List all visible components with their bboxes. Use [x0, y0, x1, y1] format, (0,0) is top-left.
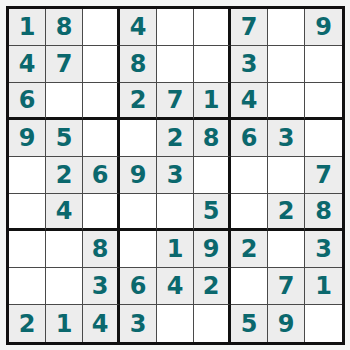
cell-r8c2[interactable] — [46, 268, 83, 305]
cell-r7c5: 1 — [157, 231, 194, 268]
cell-r2c7: 3 — [231, 46, 268, 83]
cell-r1c8[interactable] — [268, 9, 305, 46]
cell-r9c2: 1 — [46, 305, 83, 342]
cell-r5c2: 2 — [46, 157, 83, 194]
cell-r6c8: 2 — [268, 194, 305, 231]
cell-r1c3[interactable] — [83, 9, 120, 46]
cell-r6c6: 5 — [194, 194, 231, 231]
cell-r5c4: 9 — [120, 157, 157, 194]
cell-r3c5: 7 — [157, 83, 194, 120]
cell-r4c6: 8 — [194, 120, 231, 157]
cell-r4c1: 9 — [9, 120, 46, 157]
cell-r3c1: 6 — [9, 83, 46, 120]
cell-r1c6[interactable] — [194, 9, 231, 46]
cell-r5c9: 7 — [305, 157, 342, 194]
cell-r9c4: 3 — [120, 305, 157, 342]
cell-r8c8: 7 — [268, 268, 305, 305]
cell-r4c3[interactable] — [83, 120, 120, 157]
cell-r4c2: 5 — [46, 120, 83, 157]
cell-r6c1[interactable] — [9, 194, 46, 231]
cell-r9c3: 4 — [83, 305, 120, 342]
cell-r7c8[interactable] — [268, 231, 305, 268]
cell-r6c5[interactable] — [157, 194, 194, 231]
cell-r7c7: 2 — [231, 231, 268, 268]
cell-r5c5: 3 — [157, 157, 194, 194]
cell-r9c7: 5 — [231, 305, 268, 342]
cell-r5c7[interactable] — [231, 157, 268, 194]
cell-r1c4: 4 — [120, 9, 157, 46]
cell-r4c4[interactable] — [120, 120, 157, 157]
cell-r7c9: 3 — [305, 231, 342, 268]
cell-r9c1: 2 — [9, 305, 46, 342]
cell-r3c9[interactable] — [305, 83, 342, 120]
cell-r4c9[interactable] — [305, 120, 342, 157]
cell-r9c5[interactable] — [157, 305, 194, 342]
cell-r6c2: 4 — [46, 194, 83, 231]
cell-r9c6[interactable] — [194, 305, 231, 342]
cell-r8c6: 2 — [194, 268, 231, 305]
cell-r2c8[interactable] — [268, 46, 305, 83]
cell-r3c6: 1 — [194, 83, 231, 120]
cell-r5c8[interactable] — [268, 157, 305, 194]
cell-r8c3: 3 — [83, 268, 120, 305]
cell-r4c7: 6 — [231, 120, 268, 157]
cell-r8c9: 1 — [305, 268, 342, 305]
cell-r2c9[interactable] — [305, 46, 342, 83]
cell-r6c4[interactable] — [120, 194, 157, 231]
cell-r3c7: 4 — [231, 83, 268, 120]
cell-r3c2[interactable] — [46, 83, 83, 120]
cell-r7c1[interactable] — [9, 231, 46, 268]
cell-r7c2[interactable] — [46, 231, 83, 268]
cell-r1c9: 9 — [305, 9, 342, 46]
cell-r3c4: 2 — [120, 83, 157, 120]
cell-r3c8[interactable] — [268, 83, 305, 120]
cell-r8c4: 6 — [120, 268, 157, 305]
cell-r6c3[interactable] — [83, 194, 120, 231]
cell-r9c9[interactable] — [305, 305, 342, 342]
cell-r8c7[interactable] — [231, 268, 268, 305]
cell-r2c6[interactable] — [194, 46, 231, 83]
cell-r5c6[interactable] — [194, 157, 231, 194]
cell-r7c3: 8 — [83, 231, 120, 268]
cell-r7c6: 9 — [194, 231, 231, 268]
cell-r2c5[interactable] — [157, 46, 194, 83]
cell-r8c1[interactable] — [9, 268, 46, 305]
cell-r2c4: 8 — [120, 46, 157, 83]
cell-r1c7: 7 — [231, 9, 268, 46]
cell-r1c5[interactable] — [157, 9, 194, 46]
cell-r8c5: 4 — [157, 268, 194, 305]
cell-r2c3[interactable] — [83, 46, 120, 83]
cell-r9c8: 9 — [268, 305, 305, 342]
cell-r6c9: 8 — [305, 194, 342, 231]
cell-r3c3[interactable] — [83, 83, 120, 120]
cell-r7c4[interactable] — [120, 231, 157, 268]
cell-r1c1: 1 — [9, 9, 46, 46]
cell-r4c8: 3 — [268, 120, 305, 157]
cell-r2c1: 4 — [9, 46, 46, 83]
cell-r4c5: 2 — [157, 120, 194, 157]
cell-r6c7[interactable] — [231, 194, 268, 231]
cell-r1c2: 8 — [46, 9, 83, 46]
cell-r5c3: 6 — [83, 157, 120, 194]
cell-r2c2: 7 — [46, 46, 83, 83]
sudoku-board: 1847947836271495286326937452881923364271… — [6, 6, 345, 345]
cell-r5c1[interactable] — [9, 157, 46, 194]
